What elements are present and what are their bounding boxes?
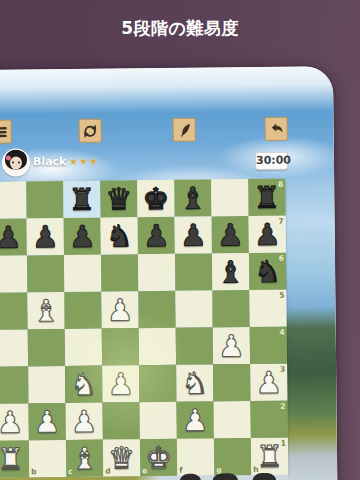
white-pawn-d3: ♟ (102, 365, 139, 402)
square-b6[interactable] (27, 255, 64, 292)
square-a7[interactable]: ♟ (0, 218, 27, 255)
swap-sides-button[interactable] (79, 119, 102, 143)
white-rook-a1: ♜ (0, 440, 29, 477)
square-d6[interactable] (101, 254, 138, 291)
square-d2[interactable] (103, 402, 140, 439)
square-g2[interactable] (213, 401, 250, 438)
white-pawn-c2: ♟ (66, 403, 103, 440)
file-label-d: d (105, 467, 110, 476)
square-f4[interactable] (176, 327, 213, 364)
square-g6[interactable]: ♝ (212, 253, 249, 290)
square-d4[interactable] (102, 328, 139, 365)
square-a1[interactable]: ♜a (0, 440, 29, 477)
square-d1[interactable]: ♛d (103, 439, 140, 476)
square-b2[interactable]: ♟ (29, 403, 66, 440)
square-d7[interactable]: ♞ (101, 217, 138, 254)
square-h8[interactable]: ♜8 (248, 179, 285, 216)
undo-icon (268, 121, 284, 137)
square-h1[interactable]: ♜1h (251, 438, 288, 475)
file-label-f: f (179, 466, 182, 475)
square-h6[interactable]: ♞6 (249, 253, 286, 290)
file-label-b: b (31, 467, 36, 476)
square-g4[interactable]: ♟ (213, 327, 250, 364)
square-c8[interactable]: ♜ (63, 181, 100, 218)
square-a6[interactable] (0, 255, 27, 292)
square-h4[interactable]: 4 (250, 327, 287, 364)
rank-label-4: 4 (280, 328, 285, 337)
square-f6[interactable] (175, 253, 212, 290)
square-c5[interactable] (64, 292, 101, 329)
square-f5[interactable] (175, 290, 212, 327)
square-g8[interactable] (211, 179, 248, 216)
black-pawn-f7: ♟ (175, 216, 212, 253)
avatar[interactable] (2, 148, 30, 176)
square-b7[interactable]: ♟ (27, 218, 64, 255)
square-a3[interactable] (0, 366, 29, 403)
device-screenshot-card: Black ★★★ 30:00 ♜♛♚♝♜8♟♟♟♞♟♟♟♟7♝♞6♝♟5♟4♞… (0, 66, 338, 480)
square-h5[interactable]: 5 (249, 290, 286, 327)
square-c7[interactable]: ♟ (64, 218, 101, 255)
rank-label-8: 8 (278, 180, 283, 189)
black-bishop-g6: ♝ (212, 253, 249, 290)
undo-button[interactable] (265, 117, 288, 141)
file-label-e: e (142, 466, 147, 475)
swap-sides-icon (82, 122, 99, 139)
file-label-c: c (68, 467, 73, 476)
black-bishop-f8: ♝ (174, 179, 211, 216)
difficulty-stars: ★★★ (69, 156, 99, 167)
avatar-bow (6, 156, 11, 161)
black-queen-d8: ♛ (100, 180, 137, 217)
square-a8[interactable] (0, 181, 27, 218)
black-king-e8: ♚ (137, 180, 174, 217)
rank-label-3: 3 (280, 365, 285, 374)
black-rook-c8: ♜ (63, 181, 100, 218)
chess-board: ♜♛♚♝♜8♟♟♟♞♟♟♟♟7♝♞6♝♟5♟4♞♟♞♟3♟♟♟♟2♜ab♝c♛d… (0, 179, 288, 478)
square-h2[interactable]: 2 (250, 401, 287, 438)
square-g3[interactable] (213, 364, 250, 401)
square-g1[interactable]: g (214, 438, 251, 475)
black-pawn-a7: ♟ (0, 218, 27, 255)
square-c6[interactable] (64, 255, 101, 292)
square-c1[interactable]: ♝c (66, 440, 103, 477)
square-e8[interactable]: ♚ (137, 180, 174, 217)
rank-label-2: 2 (280, 402, 285, 411)
square-f3[interactable]: ♞ (176, 364, 213, 401)
white-pawn-d5: ♟ (101, 291, 138, 328)
white-knight-c3: ♞ (65, 366, 102, 403)
square-b8[interactable] (26, 181, 63, 218)
square-d5[interactable]: ♟ (101, 291, 138, 328)
square-a4[interactable] (0, 329, 28, 366)
game-clock: 30:00 (255, 152, 288, 170)
white-pawn-f2: ♟ (176, 401, 213, 438)
square-b4[interactable] (28, 329, 65, 366)
square-d3[interactable]: ♟ (102, 365, 139, 402)
black-pawn-b7: ♟ (27, 218, 64, 255)
square-a5[interactable] (0, 292, 28, 329)
square-f7[interactable]: ♟ (175, 216, 212, 253)
cut-off-black-piece (252, 473, 276, 480)
white-pawn-g4: ♟ (213, 327, 250, 364)
square-c2[interactable]: ♟ (66, 403, 103, 440)
square-f8[interactable]: ♝ (174, 179, 211, 216)
avatar-eye (12, 162, 14, 164)
square-b5[interactable]: ♝ (27, 292, 64, 329)
square-f2[interactable]: ♟ (176, 401, 213, 438)
square-c4[interactable] (65, 329, 102, 366)
square-g7[interactable]: ♟ (212, 216, 249, 253)
square-e1[interactable]: ♚e (140, 439, 177, 476)
square-h7[interactable]: ♟7 (249, 216, 286, 253)
menu-icon (0, 124, 8, 139)
white-bishop-b5: ♝ (27, 292, 64, 329)
square-e3[interactable] (139, 365, 176, 402)
square-e2[interactable] (139, 402, 176, 439)
square-g5[interactable] (212, 290, 249, 327)
cut-off-black-piece (212, 473, 238, 480)
square-d8[interactable]: ♛ (100, 180, 137, 217)
white-knight-f3: ♞ (176, 364, 213, 401)
rank-label-7: 7 (278, 217, 283, 226)
page-title: 5段階の難易度 (0, 17, 360, 40)
rank-label-5: 5 (279, 291, 284, 300)
square-b1[interactable]: b (29, 440, 66, 477)
black-pawn-c7: ♟ (64, 218, 101, 255)
rank-label-6: 6 (279, 254, 284, 263)
square-e4[interactable] (139, 328, 176, 365)
black-pawn-g7: ♟ (212, 216, 249, 253)
black-pawn-e7: ♟ (138, 217, 175, 254)
white-pawn-a2: ♟ (0, 403, 29, 440)
player-name: Black (33, 155, 67, 168)
square-a2[interactable]: ♟ (0, 403, 29, 440)
square-h3[interactable]: ♟3 (250, 364, 287, 401)
square-e6[interactable] (138, 254, 175, 291)
square-f1[interactable]: f (177, 438, 214, 475)
feather-button[interactable] (173, 118, 196, 142)
menu-button[interactable] (0, 120, 12, 144)
avatar-eye (18, 161, 20, 163)
square-e7[interactable]: ♟ (138, 217, 175, 254)
white-pawn-b2: ♟ (29, 403, 66, 440)
feather-icon (176, 122, 192, 138)
black-knight-d7: ♞ (101, 217, 138, 254)
square-b3[interactable] (28, 366, 65, 403)
rank-label-1: 1 (281, 439, 286, 448)
square-e5[interactable] (138, 291, 175, 328)
square-c3[interactable]: ♞ (65, 366, 102, 403)
